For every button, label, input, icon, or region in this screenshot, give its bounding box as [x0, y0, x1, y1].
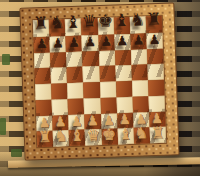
square-c8[interactable]: ♝ — [65, 19, 82, 37]
square-g7[interactable]: ♟ — [130, 33, 147, 49]
square-e5[interactable] — [99, 66, 116, 82]
black-pawn-f7[interactable]: ♟ — [116, 34, 128, 47]
square-f8[interactable]: ♝ — [113, 17, 130, 35]
black-pawn-d7[interactable]: ♟ — [84, 35, 96, 48]
square-d3[interactable] — [84, 98, 101, 114]
square-g5[interactable] — [131, 65, 148, 81]
white-knight-b1[interactable]: ♞ — [54, 129, 68, 144]
square-d4[interactable] — [83, 82, 100, 98]
square-c1[interactable]: ♝ — [69, 130, 86, 146]
board-grid: ♜♞♝♛♚♝♞♜♟♟♟♟♟♟♟♟♟♟♟♟♟♟♟♟♜♞♝♛♚♝♞♜ — [32, 15, 167, 148]
black-pawn-h7[interactable]: ♟ — [148, 33, 160, 46]
square-h1[interactable]: ♜ — [150, 127, 167, 143]
black-pawn-g7[interactable]: ♟ — [132, 34, 144, 47]
black-bishop-c8[interactable]: ♝ — [65, 14, 81, 32]
square-h7[interactable]: ♟ — [146, 33, 163, 49]
black-king-e8[interactable]: ♚ — [98, 12, 114, 30]
square-a1[interactable]: ♜ — [37, 131, 54, 147]
black-pawn-e7[interactable]: ♟ — [100, 35, 112, 48]
chess-board: ♜♞♝♛♚♝♞♜♟♟♟♟♟♟♟♟♟♟♟♟♟♟♟♟♜♞♝♛♚♝♞♜ — [19, 2, 179, 160]
square-a7[interactable]: ♟ — [33, 37, 50, 53]
square-e1[interactable]: ♚ — [101, 129, 118, 145]
square-a3[interactable] — [36, 100, 53, 116]
square-g6[interactable] — [131, 49, 148, 65]
square-b8[interactable]: ♞ — [49, 19, 66, 37]
square-a5[interactable] — [35, 68, 52, 84]
square-c7[interactable]: ♟ — [66, 36, 83, 52]
black-queen-d8[interactable]: ♛ — [81, 13, 97, 31]
photo-chess-scene: ♜♞♝♛♚♝♞♜♟♟♟♟♟♟♟♟♟♟♟♟♟♟♟♟♜♞♝♛♚♝♞♜ — [0, 0, 200, 176]
square-b4[interactable] — [51, 83, 68, 99]
square-a6[interactable] — [34, 52, 51, 68]
white-rook-a1[interactable]: ♜ — [38, 129, 52, 144]
foliage-patch — [2, 54, 10, 65]
white-queen-d1[interactable]: ♛ — [86, 128, 100, 143]
square-f5[interactable] — [115, 65, 132, 81]
square-d5[interactable] — [83, 66, 100, 82]
black-pawn-c7[interactable]: ♟ — [68, 36, 80, 49]
square-h6[interactable] — [147, 48, 164, 64]
square-e4[interactable] — [100, 82, 117, 98]
white-rook-h1[interactable]: ♜ — [151, 125, 165, 140]
square-e3[interactable] — [100, 97, 117, 113]
square-d8[interactable]: ♛ — [81, 18, 98, 36]
foliage-patch — [0, 118, 6, 135]
square-g8[interactable]: ♞ — [130, 16, 147, 34]
square-d1[interactable]: ♛ — [85, 129, 102, 145]
square-g3[interactable] — [132, 96, 149, 112]
white-bishop-c1[interactable]: ♝ — [70, 128, 84, 143]
square-b3[interactable] — [52, 99, 69, 115]
square-c6[interactable] — [66, 51, 83, 67]
square-d7[interactable]: ♟ — [82, 35, 99, 51]
square-g4[interactable] — [132, 80, 149, 96]
black-bishop-f8[interactable]: ♝ — [114, 12, 130, 30]
square-c3[interactable] — [68, 98, 85, 114]
black-knight-g8[interactable]: ♞ — [130, 11, 146, 29]
square-h3[interactable] — [148, 96, 165, 112]
square-a4[interactable] — [35, 84, 52, 100]
white-king-e1[interactable]: ♚ — [102, 127, 116, 142]
square-e8[interactable]: ♚ — [97, 17, 114, 35]
square-e7[interactable]: ♟ — [98, 34, 115, 50]
black-pawn-b7[interactable]: ♟ — [52, 37, 64, 50]
square-b6[interactable] — [50, 52, 67, 68]
black-knight-b8[interactable]: ♞ — [49, 14, 65, 32]
square-a8[interactable]: ♜ — [33, 20, 50, 38]
square-c5[interactable] — [67, 67, 84, 83]
square-g1[interactable]: ♞ — [133, 128, 150, 144]
square-d6[interactable] — [82, 51, 99, 67]
square-b7[interactable]: ♟ — [50, 36, 67, 52]
white-bishop-f1[interactable]: ♝ — [119, 127, 133, 142]
black-pawn-a7[interactable]: ♟ — [36, 37, 48, 50]
square-b1[interactable]: ♞ — [53, 130, 70, 146]
black-rook-a8[interactable]: ♜ — [33, 15, 49, 33]
black-rook-h8[interactable]: ♜ — [146, 11, 162, 29]
square-b5[interactable] — [51, 68, 68, 84]
square-f6[interactable] — [115, 50, 132, 66]
square-f3[interactable] — [116, 97, 133, 113]
square-c4[interactable] — [67, 83, 84, 99]
square-e6[interactable] — [98, 50, 115, 66]
square-f4[interactable] — [116, 81, 133, 97]
white-knight-g1[interactable]: ♞ — [135, 126, 149, 141]
square-h8[interactable]: ♜ — [146, 16, 163, 34]
square-h4[interactable] — [148, 80, 165, 96]
square-h5[interactable] — [147, 64, 164, 80]
square-f7[interactable]: ♟ — [114, 34, 131, 50]
square-f1[interactable]: ♝ — [117, 128, 134, 144]
